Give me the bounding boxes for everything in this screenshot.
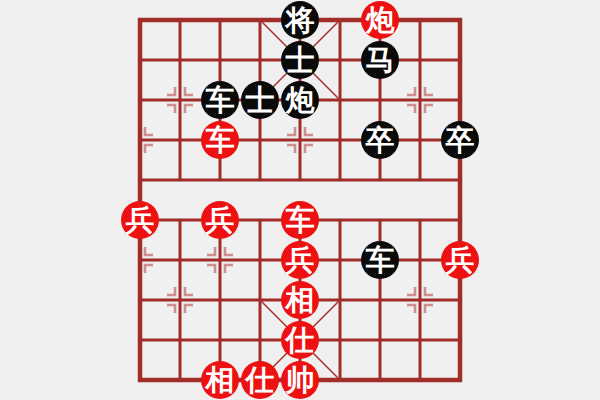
piece-red-chariot-c7[interactable]: 车: [201, 121, 239, 159]
piece-red-soldier-a5[interactable]: 兵: [121, 201, 159, 239]
piece-red-elephant-c1[interactable]: 相: [201, 361, 239, 399]
pieces-layer: 将炮士马车士炮车卒卒兵兵车兵车兵相仕相仕帅: [120, 0, 480, 400]
piece-black-chariot-g4[interactable]: 车: [361, 241, 399, 279]
piece-red-soldier-c5[interactable]: 兵: [201, 201, 239, 239]
piece-red-soldier-i4[interactable]: 兵: [441, 241, 479, 279]
piece-black-chariot-c8[interactable]: 车: [201, 81, 239, 119]
piece-red-soldier-e4[interactable]: 兵: [281, 241, 319, 279]
xiangqi-board: 将炮士马车士炮车卒卒兵兵车兵车兵相仕相仕帅: [0, 0, 600, 400]
piece-black-horse-g9[interactable]: 马: [361, 41, 399, 79]
piece-black-soldier-i7[interactable]: 卒: [441, 121, 479, 159]
piece-red-elephant-e3[interactable]: 相: [281, 281, 319, 319]
piece-black-cannon-e8[interactable]: 炮: [281, 81, 319, 119]
piece-black-general-e10[interactable]: 将: [281, 1, 319, 39]
piece-red-advisor-e2[interactable]: 仕: [281, 321, 319, 359]
piece-red-king-e1[interactable]: 帅: [281, 361, 319, 399]
piece-red-advisor-d1[interactable]: 仕: [241, 361, 279, 399]
piece-red-cannon-g10[interactable]: 炮: [361, 1, 399, 39]
piece-black-soldier-g7[interactable]: 卒: [361, 121, 399, 159]
piece-black-advisor-e9[interactable]: 士: [281, 41, 319, 79]
piece-red-chariot-e5[interactable]: 车: [281, 201, 319, 239]
piece-black-advisor-d8[interactable]: 士: [241, 81, 279, 119]
